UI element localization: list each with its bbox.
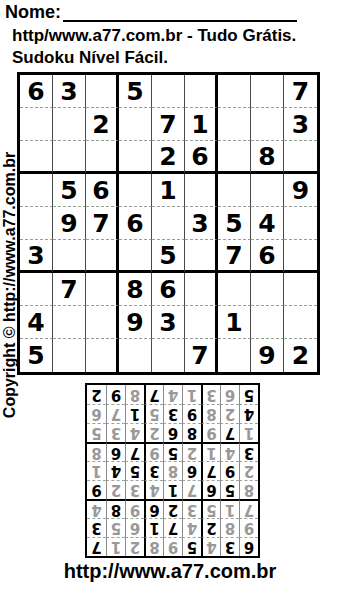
puzzle-cell [20, 108, 53, 141]
puzzle-cell: 9 [284, 174, 317, 207]
solution-cell: 9 [220, 461, 239, 480]
puzzle-cell [284, 141, 317, 174]
solution-cell: 8 [220, 518, 239, 537]
puzzle-cell [218, 75, 251, 108]
puzzle-cell: 5 [20, 339, 53, 372]
name-blank-line [63, 2, 297, 22]
puzzle-cell: 1 [185, 108, 218, 141]
puzzle-cell [218, 174, 251, 207]
solution-cell: 1 [106, 537, 125, 556]
solution-cell: 7 [163, 518, 182, 537]
solution-cell: 2 [87, 385, 106, 404]
solution-cell: 1 [239, 423, 258, 442]
solution-cell: 9 [163, 537, 182, 556]
puzzle-cell: 5 [53, 174, 86, 207]
puzzle-cell [185, 273, 218, 306]
puzzle-cell: 5 [218, 207, 251, 240]
solution-cell: 6 [106, 442, 125, 461]
puzzle-cell [185, 306, 218, 339]
puzzle-cell: 2 [152, 141, 185, 174]
solution-cell: 6 [201, 480, 220, 499]
solution-cell: 2 [163, 499, 182, 518]
puzzle-cell [119, 108, 152, 141]
solution-cell: 5 [239, 385, 258, 404]
puzzle-cell: 5 [119, 75, 152, 108]
puzzle-cell [152, 207, 185, 240]
solution-cell: 3 [239, 442, 258, 461]
puzzle-cell [152, 75, 185, 108]
puzzle-cell [284, 273, 317, 306]
solution-cell: 6 [87, 404, 106, 423]
puzzle-cell: 2 [86, 108, 119, 141]
solution-cell: 5 [182, 537, 201, 556]
solution-cell: 9 [201, 423, 220, 442]
puzzle-cell [86, 306, 119, 339]
solution-cell: 3 [163, 404, 182, 423]
solution-cell: 9 [106, 385, 125, 404]
puzzle-cell [251, 273, 284, 306]
puzzle-cell: 7 [284, 75, 317, 108]
puzzle-cell [53, 108, 86, 141]
solution-cell: 8 [163, 461, 182, 480]
puzzle-cell [86, 240, 119, 273]
solution-cell: 8 [182, 423, 201, 442]
puzzle-cell [119, 174, 152, 207]
puzzle-cell [119, 339, 152, 372]
solution-cell: 3 [87, 518, 106, 537]
puzzle-cell [218, 273, 251, 306]
puzzle-cell: 4 [251, 207, 284, 240]
solution-cell: 9 [144, 442, 163, 461]
solution-cell: 8 [106, 499, 125, 518]
puzzle-cell: 6 [20, 75, 53, 108]
solution-cell: 9 [87, 480, 106, 499]
puzzle-cell [86, 141, 119, 174]
vertical-copyright: Copyright © http://www.a77.com.br [1, 125, 21, 445]
solution-cell: 3 [125, 480, 144, 499]
solution-cell: 7 [144, 385, 163, 404]
puzzle-cell [53, 240, 86, 273]
site-tagline: http/www.a77.com.br - Tudo Grátis. [12, 26, 296, 46]
puzzle-cell [218, 141, 251, 174]
puzzle-title: Sudoku Nível Fácil. [12, 48, 168, 68]
solution-cell: 3 [144, 461, 163, 480]
name-field-row: Nome: [5, 2, 297, 22]
solution-cell: 4 [163, 385, 182, 404]
solution-cell: 4 [220, 442, 239, 461]
puzzle-cell [218, 108, 251, 141]
puzzle-cell [251, 108, 284, 141]
puzzle-cell [251, 174, 284, 207]
solution-cell: 4 [87, 499, 106, 518]
puzzle-cell: 6 [152, 273, 185, 306]
solution-cell: 5 [106, 518, 125, 537]
puzzle-cell: 3 [152, 306, 185, 339]
puzzle-cell: 9 [119, 306, 152, 339]
solution-cell: 7 [201, 461, 220, 480]
solution-cell: 3 [220, 537, 239, 556]
puzzle-cell: 9 [251, 339, 284, 372]
solution-cell: 2 [125, 537, 144, 556]
puzzle-cell [284, 306, 317, 339]
puzzle-cell [152, 339, 185, 372]
puzzle-cell [86, 339, 119, 372]
solution-cell: 1 [87, 461, 106, 480]
solution-cell: 4 [144, 480, 163, 499]
puzzle-cell [185, 174, 218, 207]
solution-cell: 1 [201, 442, 220, 461]
solution-cell: 8 [144, 537, 163, 556]
solution-cell: 8 [125, 385, 144, 404]
puzzle-cell [119, 240, 152, 273]
puzzle-cell [119, 141, 152, 174]
solution-cell: 3 [201, 385, 220, 404]
solution-cell: 8 [201, 404, 220, 423]
puzzle-cell: 2 [284, 339, 317, 372]
name-label: Nome: [5, 2, 61, 22]
solution-cell: 2 [239, 461, 258, 480]
puzzle-cell [53, 306, 86, 339]
solution-cell: 4 [125, 423, 144, 442]
solution-cell: 7 [125, 442, 144, 461]
solution-cell: 5 [163, 442, 182, 461]
solution-cell: 1 [220, 499, 239, 518]
sudoku-solution-grid: 6345982179824716537153269848567143292976… [85, 383, 260, 558]
solution-cell: 2 [220, 404, 239, 423]
puzzle-cell: 6 [119, 207, 152, 240]
puzzle-cell [185, 240, 218, 273]
puzzle-cell: 3 [185, 207, 218, 240]
solution-cell: 5 [87, 423, 106, 442]
puzzle-cell: 7 [86, 207, 119, 240]
puzzle-cell: 6 [251, 240, 284, 273]
solution-cell: 7 [239, 499, 258, 518]
solution-cell: 5 [125, 461, 144, 480]
solution-cell: 1 [144, 518, 163, 537]
solution-cell: 4 [239, 404, 258, 423]
solution-cell: 2 [182, 442, 201, 461]
puzzle-cell [86, 273, 119, 306]
solution-cell: 5 [144, 404, 163, 423]
puzzle-cell: 5 [152, 240, 185, 273]
puzzle-cell: 1 [218, 306, 251, 339]
puzzle-cell: 6 [86, 174, 119, 207]
puzzle-cell: 7 [152, 108, 185, 141]
solution-cell: 6 [144, 499, 163, 518]
puzzle-cell: 7 [53, 273, 86, 306]
puzzle-cell [53, 141, 86, 174]
puzzle-cell: 8 [119, 273, 152, 306]
puzzle-cell [20, 141, 53, 174]
solution-cell: 6 [125, 518, 144, 537]
solution-cell: 7 [182, 480, 201, 499]
solution-cell: 1 [182, 385, 201, 404]
puzzle-cell: 9 [53, 207, 86, 240]
solution-cell: 3 [106, 423, 125, 442]
solution-cell: 9 [182, 404, 201, 423]
puzzle-cell [284, 240, 317, 273]
sudoku-puzzle-grid: 635727132685619976354357678649315792 [17, 72, 320, 375]
puzzle-cell [251, 75, 284, 108]
solution-cell: 4 [201, 537, 220, 556]
puzzle-cell: 1 [152, 174, 185, 207]
puzzle-cell [20, 273, 53, 306]
puzzle-cell: 3 [20, 240, 53, 273]
puzzle-cell [185, 75, 218, 108]
puzzle-cell: 4 [20, 306, 53, 339]
solution-cell: 1 [125, 404, 144, 423]
solution-cell: 4 [106, 461, 125, 480]
solution-cell: 2 [201, 518, 220, 537]
solution-cell: 6 [239, 537, 258, 556]
solution-cell: 5 [220, 480, 239, 499]
puzzle-cell [284, 207, 317, 240]
puzzle-cell: 7 [218, 240, 251, 273]
solution-cell: 7 [87, 537, 106, 556]
puzzle-cell: 7 [185, 339, 218, 372]
solution-cell: 7 [220, 423, 239, 442]
solution-cell: 3 [182, 499, 201, 518]
solution-cell: 2 [144, 423, 163, 442]
solution-cell: 6 [220, 385, 239, 404]
solution-cell: 7 [106, 404, 125, 423]
puzzle-cell: 6 [185, 141, 218, 174]
solution-cell: 4 [182, 518, 201, 537]
puzzle-cell [20, 207, 53, 240]
solution-cell: 6 [163, 423, 182, 442]
solution-cell: 8 [87, 442, 106, 461]
puzzle-cell [20, 174, 53, 207]
solution-cell: 9 [125, 499, 144, 518]
puzzle-cell [218, 339, 251, 372]
solution-cell: 6 [182, 461, 201, 480]
puzzle-cell [53, 339, 86, 372]
footer-url: http://www.a77.com.br [0, 560, 340, 583]
solution-grid-rotated: 6345982179824716537153269848567143292976… [85, 383, 260, 558]
solution-cell: 9 [239, 518, 258, 537]
puzzle-cell: 3 [53, 75, 86, 108]
solution-cell: 5 [201, 499, 220, 518]
puzzle-cell [251, 306, 284, 339]
solution-cell: 8 [239, 480, 258, 499]
puzzle-cell: 8 [251, 141, 284, 174]
solution-cell: 2 [106, 480, 125, 499]
solution-cell: 1 [163, 480, 182, 499]
puzzle-cell: 3 [284, 108, 317, 141]
puzzle-cell [86, 75, 119, 108]
